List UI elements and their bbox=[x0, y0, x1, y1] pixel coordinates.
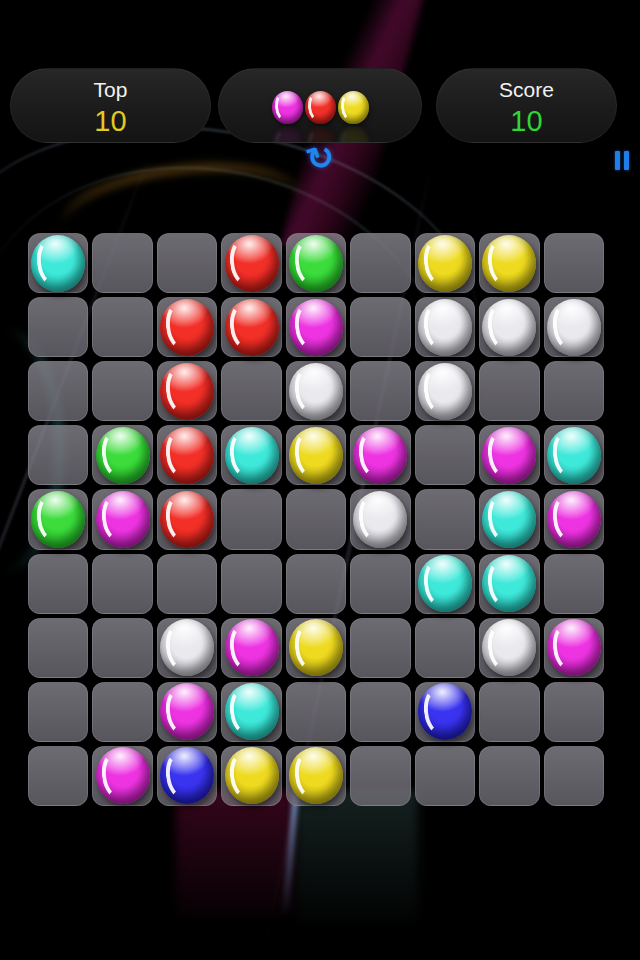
refresh-icon: ↻ bbox=[302, 137, 339, 180]
board-cell-r6c6[interactable] bbox=[348, 552, 412, 616]
board-cell-r3c4[interactable] bbox=[219, 359, 283, 423]
ball-red[interactable] bbox=[225, 235, 279, 292]
tile bbox=[92, 425, 152, 485]
ball-yellow[interactable] bbox=[289, 747, 343, 804]
tile bbox=[92, 682, 152, 742]
ball-yellow[interactable] bbox=[289, 619, 343, 676]
tile bbox=[28, 489, 88, 549]
ball-white[interactable] bbox=[160, 619, 214, 676]
ball-white[interactable] bbox=[353, 491, 407, 548]
next-ball-reflection-yellow bbox=[338, 126, 369, 143]
next-ball-reflection-magenta bbox=[272, 126, 303, 143]
tile bbox=[221, 425, 281, 485]
board-cell-r8c1[interactable] bbox=[26, 680, 90, 744]
board-cell-r6c4[interactable] bbox=[219, 552, 283, 616]
ball-red[interactable] bbox=[225, 299, 279, 356]
ball-white[interactable] bbox=[289, 363, 343, 420]
tile bbox=[92, 746, 152, 806]
tile bbox=[544, 233, 604, 293]
pause-button[interactable] bbox=[611, 151, 633, 171]
bg-band-teal bbox=[296, 790, 418, 922]
board-cell-r9c4[interactable] bbox=[219, 744, 283, 808]
ball-red[interactable] bbox=[160, 299, 214, 356]
board-cell-r8c7[interactable] bbox=[413, 680, 477, 744]
tile bbox=[544, 297, 604, 357]
board-cell-r7c4[interactable] bbox=[219, 616, 283, 680]
board-cell-r4c1[interactable] bbox=[26, 423, 90, 487]
tile bbox=[221, 489, 281, 549]
score-panel: Score 10 bbox=[436, 68, 617, 143]
score-value: 10 bbox=[510, 105, 542, 137]
board-cell-r2c3[interactable] bbox=[155, 295, 219, 359]
tile bbox=[286, 489, 346, 549]
tile bbox=[221, 554, 281, 614]
ball-magenta[interactable] bbox=[547, 619, 601, 676]
tile bbox=[415, 618, 475, 678]
tile bbox=[157, 682, 217, 742]
tile bbox=[479, 233, 539, 293]
tile bbox=[479, 618, 539, 678]
ball-cyan[interactable] bbox=[482, 555, 536, 612]
tile bbox=[350, 746, 410, 806]
board-cell-r4c5[interactable] bbox=[284, 423, 348, 487]
board-cell-r5c1[interactable] bbox=[26, 487, 90, 551]
board-cell-r7c3[interactable] bbox=[155, 616, 219, 680]
board-cell-r4c7[interactable] bbox=[413, 423, 477, 487]
tile bbox=[544, 361, 604, 421]
board-cell-r2c9[interactable] bbox=[542, 295, 606, 359]
board-cell-r5c4[interactable] bbox=[219, 487, 283, 551]
ball-green[interactable] bbox=[31, 491, 85, 548]
tile bbox=[92, 554, 152, 614]
ball-blue[interactable] bbox=[160, 747, 214, 804]
board-cell-r6c5[interactable] bbox=[284, 552, 348, 616]
board-cell-r1c2[interactable] bbox=[90, 231, 154, 295]
ball-yellow[interactable] bbox=[482, 235, 536, 292]
tile bbox=[157, 361, 217, 421]
tile bbox=[415, 746, 475, 806]
board-cell-r3c3[interactable] bbox=[155, 359, 219, 423]
ball-blue[interactable] bbox=[418, 683, 472, 740]
board-cell-r7c7[interactable] bbox=[413, 616, 477, 680]
tile bbox=[92, 489, 152, 549]
board-cell-r1c8[interactable] bbox=[477, 231, 541, 295]
ball-red[interactable] bbox=[160, 491, 214, 548]
tile bbox=[479, 297, 539, 357]
board-cell-r9c6[interactable] bbox=[348, 744, 412, 808]
board-cell-r6c2[interactable] bbox=[90, 552, 154, 616]
ball-magenta[interactable] bbox=[353, 427, 407, 484]
tile bbox=[28, 554, 88, 614]
board-cell-r6c9[interactable] bbox=[542, 552, 606, 616]
board-cell-r3c1[interactable] bbox=[26, 359, 90, 423]
next-balls-panel bbox=[218, 68, 422, 143]
ball-white[interactable] bbox=[418, 299, 472, 356]
board-cell-r9c3[interactable] bbox=[155, 744, 219, 808]
tile bbox=[286, 425, 346, 485]
board-cell-r3c2[interactable] bbox=[90, 359, 154, 423]
board-cell-r1c9[interactable] bbox=[542, 231, 606, 295]
ball-magenta[interactable] bbox=[96, 491, 150, 548]
pause-icon bbox=[615, 151, 620, 170]
tile bbox=[28, 618, 88, 678]
tile bbox=[479, 746, 539, 806]
board-cell-r2c4[interactable] bbox=[219, 295, 283, 359]
board-cell-r9c7[interactable] bbox=[413, 744, 477, 808]
tile bbox=[350, 682, 410, 742]
tile bbox=[544, 554, 604, 614]
board-cell-r4c6[interactable] bbox=[348, 423, 412, 487]
tile bbox=[350, 554, 410, 614]
board-cell-r8c6[interactable] bbox=[348, 680, 412, 744]
tile bbox=[157, 425, 217, 485]
board-cell-r6c1[interactable] bbox=[26, 552, 90, 616]
ball-cyan[interactable] bbox=[418, 555, 472, 612]
board-cell-r5c9[interactable] bbox=[542, 487, 606, 551]
tile bbox=[157, 297, 217, 357]
board-cell-r8c8[interactable] bbox=[477, 680, 541, 744]
tile bbox=[221, 618, 281, 678]
tile bbox=[350, 489, 410, 549]
tile bbox=[415, 233, 475, 293]
board-cell-r8c2[interactable] bbox=[90, 680, 154, 744]
ball-magenta[interactable] bbox=[96, 747, 150, 804]
tile bbox=[286, 682, 346, 742]
ball-green[interactable] bbox=[96, 427, 150, 484]
tile bbox=[28, 233, 88, 293]
ball-cyan[interactable] bbox=[547, 427, 601, 484]
tile bbox=[350, 361, 410, 421]
ball-red[interactable] bbox=[160, 363, 214, 420]
board bbox=[26, 231, 606, 808]
tile bbox=[28, 297, 88, 357]
board-cell-r2c8[interactable] bbox=[477, 295, 541, 359]
ball-white[interactable] bbox=[418, 363, 472, 420]
board-cell-r9c8[interactable] bbox=[477, 744, 541, 808]
board-cell-r5c6[interactable] bbox=[348, 487, 412, 551]
tile bbox=[415, 554, 475, 614]
tile bbox=[286, 746, 346, 806]
tile bbox=[544, 489, 604, 549]
tile bbox=[157, 489, 217, 549]
tile bbox=[350, 425, 410, 485]
tile bbox=[544, 682, 604, 742]
tile bbox=[286, 233, 346, 293]
board-cell-r5c5[interactable] bbox=[284, 487, 348, 551]
tile bbox=[28, 425, 88, 485]
board-cell-r4c3[interactable] bbox=[155, 423, 219, 487]
board-cell-r5c8[interactable] bbox=[477, 487, 541, 551]
tile bbox=[221, 682, 281, 742]
pause-icon bbox=[624, 151, 629, 170]
ball-yellow[interactable] bbox=[225, 747, 279, 804]
board-cell-r7c1[interactable] bbox=[26, 616, 90, 680]
board-cell-r4c9[interactable] bbox=[542, 423, 606, 487]
next-ball-magenta bbox=[272, 91, 303, 124]
tile bbox=[157, 618, 217, 678]
top-label: Top bbox=[94, 78, 128, 102]
ball-white[interactable] bbox=[482, 619, 536, 676]
tile bbox=[286, 554, 346, 614]
game-screen: Top 10 Score 10 ↻ bbox=[0, 0, 640, 960]
board-cell-r2c1[interactable] bbox=[26, 295, 90, 359]
board-cell-r5c7[interactable] bbox=[413, 487, 477, 551]
board-cell-r1c3[interactable] bbox=[155, 231, 219, 295]
next-ball-yellow bbox=[338, 91, 369, 124]
tile bbox=[544, 618, 604, 678]
board-cell-r2c5[interactable] bbox=[284, 295, 348, 359]
tile bbox=[286, 618, 346, 678]
tile bbox=[286, 297, 346, 357]
board-cell-r1c5[interactable] bbox=[284, 231, 348, 295]
tile bbox=[415, 682, 475, 742]
ball-white[interactable] bbox=[547, 299, 601, 356]
board-cell-r8c3[interactable] bbox=[155, 680, 219, 744]
board-cell-r1c7[interactable] bbox=[413, 231, 477, 295]
tile bbox=[157, 746, 217, 806]
board-cell-r6c7[interactable] bbox=[413, 552, 477, 616]
tile bbox=[415, 489, 475, 549]
tile bbox=[157, 554, 217, 614]
board-cell-r4c4[interactable] bbox=[219, 423, 283, 487]
ball-cyan[interactable] bbox=[225, 427, 279, 484]
tile bbox=[544, 746, 604, 806]
ball-green[interactable] bbox=[289, 235, 343, 292]
tile bbox=[544, 425, 604, 485]
ball-magenta[interactable] bbox=[547, 491, 601, 548]
board-cell-r1c1[interactable] bbox=[26, 231, 90, 295]
board-cell-r5c2[interactable] bbox=[90, 487, 154, 551]
board-cell-r9c1[interactable] bbox=[26, 744, 90, 808]
tile bbox=[479, 682, 539, 742]
score-label: Score bbox=[499, 78, 554, 102]
board-cell-r3c9[interactable] bbox=[542, 359, 606, 423]
ball-cyan[interactable] bbox=[482, 491, 536, 548]
board-cell-r7c5[interactable] bbox=[284, 616, 348, 680]
board-cell-r3c7[interactable] bbox=[413, 359, 477, 423]
ball-red[interactable] bbox=[160, 427, 214, 484]
ball-magenta[interactable] bbox=[289, 299, 343, 356]
board-cell-r9c9[interactable] bbox=[542, 744, 606, 808]
board-cell-r9c5[interactable] bbox=[284, 744, 348, 808]
tile bbox=[479, 425, 539, 485]
refresh-button[interactable]: ↻ bbox=[302, 140, 340, 176]
tile bbox=[221, 233, 281, 293]
board-cell-r3c8[interactable] bbox=[477, 359, 541, 423]
board-cell-r5c3[interactable] bbox=[155, 487, 219, 551]
tile bbox=[28, 682, 88, 742]
tile bbox=[350, 618, 410, 678]
board-cell-r8c9[interactable] bbox=[542, 680, 606, 744]
tile bbox=[28, 361, 88, 421]
tile bbox=[221, 746, 281, 806]
board-cell-r6c8[interactable] bbox=[477, 552, 541, 616]
board-cell-r8c4[interactable] bbox=[219, 680, 283, 744]
board-cell-r3c6[interactable] bbox=[348, 359, 412, 423]
ball-magenta[interactable] bbox=[160, 683, 214, 740]
board-cell-r7c6[interactable] bbox=[348, 616, 412, 680]
top-score-panel: Top 10 bbox=[10, 68, 211, 143]
next-balls bbox=[272, 91, 369, 124]
board-cell-r2c7[interactable] bbox=[413, 295, 477, 359]
board-cell-r4c8[interactable] bbox=[477, 423, 541, 487]
tile bbox=[221, 297, 281, 357]
tile bbox=[415, 297, 475, 357]
tile bbox=[479, 489, 539, 549]
tile bbox=[479, 554, 539, 614]
board-cell-r6c3[interactable] bbox=[155, 552, 219, 616]
ball-yellow[interactable] bbox=[418, 235, 472, 292]
board-cell-r2c2[interactable] bbox=[90, 295, 154, 359]
board-cell-r1c4[interactable] bbox=[219, 231, 283, 295]
ball-white[interactable] bbox=[482, 299, 536, 356]
tile bbox=[286, 361, 346, 421]
tile bbox=[221, 361, 281, 421]
bg-band-maroon bbox=[176, 790, 294, 916]
ball-magenta[interactable] bbox=[225, 619, 279, 676]
tile bbox=[157, 233, 217, 293]
board-cell-r3c5[interactable] bbox=[284, 359, 348, 423]
tile bbox=[350, 297, 410, 357]
tile bbox=[415, 425, 475, 485]
tile bbox=[92, 233, 152, 293]
board-cell-r7c2[interactable] bbox=[90, 616, 154, 680]
next-ball-red bbox=[305, 91, 336, 124]
ball-cyan[interactable] bbox=[31, 235, 85, 292]
board-cell-r4c2[interactable] bbox=[90, 423, 154, 487]
tile bbox=[350, 233, 410, 293]
board-cell-r1c6[interactable] bbox=[348, 231, 412, 295]
board-cell-r2c6[interactable] bbox=[348, 295, 412, 359]
board-cell-r8c5[interactable] bbox=[284, 680, 348, 744]
tile bbox=[92, 618, 152, 678]
ball-cyan[interactable] bbox=[225, 683, 279, 740]
tile bbox=[92, 297, 152, 357]
tile bbox=[28, 746, 88, 806]
ball-magenta[interactable] bbox=[482, 427, 536, 484]
tile bbox=[415, 361, 475, 421]
bg-band-edge bbox=[282, 790, 300, 916]
top-value: 10 bbox=[94, 105, 126, 137]
tile bbox=[479, 361, 539, 421]
board-cell-r7c8[interactable] bbox=[477, 616, 541, 680]
ball-yellow[interactable] bbox=[289, 427, 343, 484]
board-cell-r7c9[interactable] bbox=[542, 616, 606, 680]
tile bbox=[92, 361, 152, 421]
board-cell-r9c2[interactable] bbox=[90, 744, 154, 808]
